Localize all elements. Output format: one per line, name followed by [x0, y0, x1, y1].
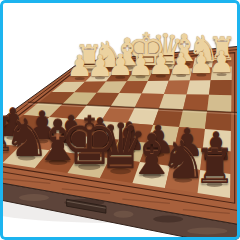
chess-piece-bR-h8: ♜ — [0, 112, 17, 159]
chess-set-photo: ♜♞♝♛♚♝♞♜♟♟♟♟♟♟♟♟♟♟♟♟♟♟♟♟♜♞♝♛♚♝♞♜ — [0, 0, 240, 240]
chess-piece-wP-h2: ♟ — [67, 52, 93, 81]
chess-pieces-layer: ♜♞♝♛♚♝♞♜♟♟♟♟♟♟♟♟♟♟♟♟♟♟♟♟♜♞♝♛♚♝♞♜ — [0, 0, 240, 240]
